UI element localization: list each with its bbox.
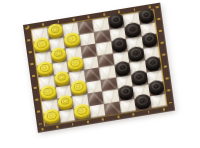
checker-yellow-a7[interactable] xyxy=(33,37,50,54)
playing-area xyxy=(32,10,167,125)
piece-inner-ring xyxy=(59,75,64,79)
checker-black-g3[interactable] xyxy=(131,70,148,87)
checkers-board xyxy=(23,3,175,133)
piece-inner-ring xyxy=(123,89,128,93)
square-d1[interactable] xyxy=(89,104,106,118)
piece-inner-ring xyxy=(116,41,121,45)
piece-inner-ring xyxy=(62,99,67,103)
piece-inner-ring xyxy=(143,12,148,16)
checker-black-g5[interactable] xyxy=(127,46,144,63)
checker-yellow-b6[interactable] xyxy=(50,46,67,63)
square-f1[interactable] xyxy=(119,99,136,113)
checker-yellow-c3[interactable] xyxy=(70,79,87,96)
checker-yellow-c5[interactable] xyxy=(67,56,84,73)
square-b1[interactable] xyxy=(58,108,75,122)
checker-yellow-b4[interactable] xyxy=(53,70,70,87)
checker-yellow-a5[interactable] xyxy=(36,61,53,78)
checker-black-f4[interactable] xyxy=(114,60,131,77)
square-e1[interactable] xyxy=(104,101,121,115)
checker-yellow-c7[interactable] xyxy=(63,32,80,49)
checker-yellow-a3[interactable] xyxy=(40,84,57,101)
checker-yellow-b2[interactable] xyxy=(56,94,73,111)
piece-inner-ring xyxy=(150,60,155,64)
checker-black-h2[interactable] xyxy=(147,79,164,96)
piece-inner-ring xyxy=(52,27,57,31)
checker-yellow-b8[interactable] xyxy=(46,22,63,39)
checker-black-f6[interactable] xyxy=(110,36,127,53)
checker-black-g7[interactable] xyxy=(124,22,141,39)
piece-inner-ring xyxy=(56,51,61,55)
checker-yellow-c1[interactable] xyxy=(73,103,90,120)
checker-black-g1[interactable] xyxy=(134,93,151,110)
checker-black-f2[interactable] xyxy=(117,84,134,101)
checker-black-h6[interactable] xyxy=(141,31,158,48)
photo-background xyxy=(0,0,200,148)
checker-black-f8[interactable] xyxy=(107,12,124,29)
piece-inner-ring xyxy=(120,65,125,69)
checker-yellow-a1[interactable] xyxy=(43,108,60,125)
checker-black-h4[interactable] xyxy=(144,55,161,72)
piece-inner-ring xyxy=(147,36,152,40)
checker-black-h8[interactable] xyxy=(137,7,154,24)
piece-inner-ring xyxy=(113,17,118,21)
piece-inner-ring xyxy=(153,84,158,88)
square-h1[interactable] xyxy=(149,94,166,108)
